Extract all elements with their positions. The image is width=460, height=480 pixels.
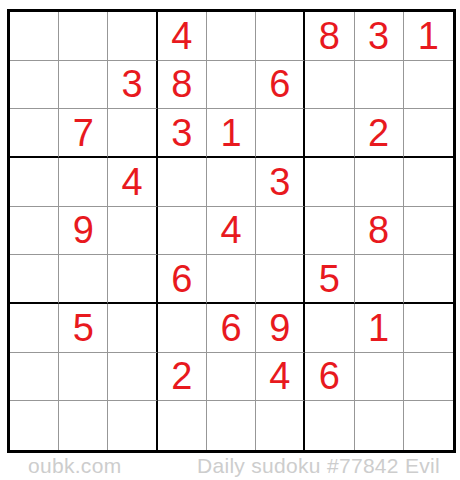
- cell-r3c8[interactable]: 2: [355, 109, 404, 158]
- cell-r9c6[interactable]: [256, 401, 305, 450]
- cell-r4c3[interactable]: 4: [108, 158, 157, 207]
- cell-r7c2[interactable]: 5: [59, 304, 108, 353]
- cell-r6c6[interactable]: [256, 255, 305, 304]
- cell-r6c9[interactable]: [404, 255, 453, 304]
- cell-r8c9[interactable]: [404, 353, 453, 402]
- cell-r9c2[interactable]: [59, 401, 108, 450]
- cell-r2c6[interactable]: 6: [256, 61, 305, 110]
- cell-r9c1[interactable]: [10, 401, 59, 450]
- cell-r1c9[interactable]: 1: [404, 12, 453, 61]
- cell-r3c5[interactable]: 1: [207, 109, 256, 158]
- cell-r2c9[interactable]: [404, 61, 453, 110]
- cell-r3c4[interactable]: 3: [158, 109, 207, 158]
- cell-r7c7[interactable]: [305, 304, 354, 353]
- cell-r5c5[interactable]: 4: [207, 207, 256, 256]
- cell-r1c4[interactable]: 4: [158, 12, 207, 61]
- cell-r2c3[interactable]: 3: [108, 61, 157, 110]
- cell-r8c8[interactable]: [355, 353, 404, 402]
- cell-r1c3[interactable]: [108, 12, 157, 61]
- cell-r4c8[interactable]: [355, 158, 404, 207]
- cell-r6c4[interactable]: 6: [158, 255, 207, 304]
- cell-r1c2[interactable]: [59, 12, 108, 61]
- cell-r7c9[interactable]: [404, 304, 453, 353]
- cell-r6c2[interactable]: [59, 255, 108, 304]
- footer: oubk.com Daily sudoku #77842 Evil: [0, 452, 460, 480]
- cell-r3c7[interactable]: [305, 109, 354, 158]
- cell-r1c7[interactable]: 8: [305, 12, 354, 61]
- cell-r8c1[interactable]: [10, 353, 59, 402]
- cell-r2c1[interactable]: [10, 61, 59, 110]
- cell-r2c4[interactable]: 8: [158, 61, 207, 110]
- cell-r7c4[interactable]: [158, 304, 207, 353]
- cell-r3c1[interactable]: [10, 109, 59, 158]
- cell-r5c3[interactable]: [108, 207, 157, 256]
- cell-r4c6[interactable]: 3: [256, 158, 305, 207]
- cell-r4c1[interactable]: [10, 158, 59, 207]
- cell-r5c4[interactable]: [158, 207, 207, 256]
- cell-r3c2[interactable]: 7: [59, 109, 108, 158]
- cell-r9c7[interactable]: [305, 401, 354, 450]
- cell-r4c7[interactable]: [305, 158, 354, 207]
- cell-r9c8[interactable]: [355, 401, 404, 450]
- cell-r2c5[interactable]: [207, 61, 256, 110]
- cell-r4c2[interactable]: [59, 158, 108, 207]
- cell-r8c6[interactable]: 4: [256, 353, 305, 402]
- cell-r1c5[interactable]: [207, 12, 256, 61]
- cell-r2c2[interactable]: [59, 61, 108, 110]
- puzzle-caption: Daily sudoku #77842 Evil: [197, 454, 440, 478]
- cell-r6c8[interactable]: [355, 255, 404, 304]
- cell-r3c9[interactable]: [404, 109, 453, 158]
- sudoku-board: 4831386731243948655691246: [7, 9, 456, 453]
- cell-r7c6[interactable]: 9: [256, 304, 305, 353]
- cell-r6c7[interactable]: 5: [305, 255, 354, 304]
- cell-r5c2[interactable]: 9: [59, 207, 108, 256]
- cell-r9c5[interactable]: [207, 401, 256, 450]
- cell-r9c3[interactable]: [108, 401, 157, 450]
- cell-r7c8[interactable]: 1: [355, 304, 404, 353]
- cell-r8c5[interactable]: [207, 353, 256, 402]
- cell-r5c9[interactable]: [404, 207, 453, 256]
- cell-r5c6[interactable]: [256, 207, 305, 256]
- cell-r8c7[interactable]: 6: [305, 353, 354, 402]
- cell-r8c4[interactable]: 2: [158, 353, 207, 402]
- cell-r6c5[interactable]: [207, 255, 256, 304]
- cell-r2c7[interactable]: [305, 61, 354, 110]
- cell-r4c9[interactable]: [404, 158, 453, 207]
- cell-r6c1[interactable]: [10, 255, 59, 304]
- cell-r1c1[interactable]: [10, 12, 59, 61]
- cell-r1c6[interactable]: [256, 12, 305, 61]
- cell-r3c3[interactable]: [108, 109, 157, 158]
- cell-r4c4[interactable]: [158, 158, 207, 207]
- cell-r1c8[interactable]: 3: [355, 12, 404, 61]
- cell-r9c4[interactable]: [158, 401, 207, 450]
- cell-r4c5[interactable]: [207, 158, 256, 207]
- cell-r6c3[interactable]: [108, 255, 157, 304]
- site-watermark: oubk.com: [28, 454, 121, 478]
- cell-r7c5[interactable]: 6: [207, 304, 256, 353]
- cell-r9c9[interactable]: [404, 401, 453, 450]
- cell-r5c1[interactable]: [10, 207, 59, 256]
- cell-r2c8[interactable]: [355, 61, 404, 110]
- cell-r3c6[interactable]: [256, 109, 305, 158]
- cell-r7c3[interactable]: [108, 304, 157, 353]
- cell-r8c3[interactable]: [108, 353, 157, 402]
- cell-r5c8[interactable]: 8: [355, 207, 404, 256]
- cell-r8c2[interactable]: [59, 353, 108, 402]
- cell-r7c1[interactable]: [10, 304, 59, 353]
- cell-r5c7[interactable]: [305, 207, 354, 256]
